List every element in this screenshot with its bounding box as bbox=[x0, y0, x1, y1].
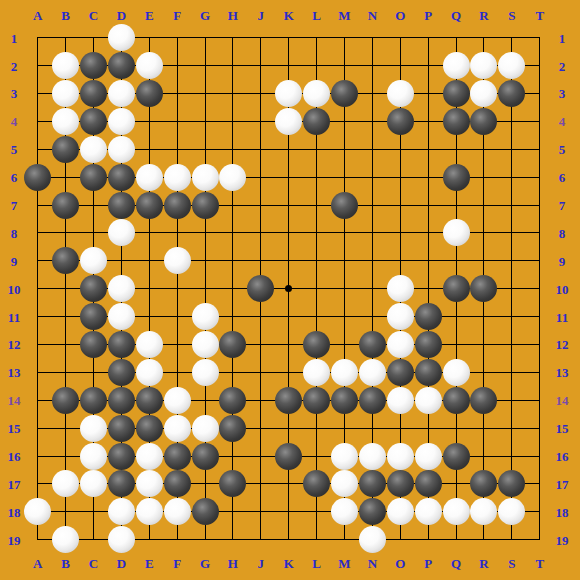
white-stone[interactable] bbox=[164, 498, 191, 525]
white-stone[interactable] bbox=[470, 52, 497, 79]
black-stone[interactable] bbox=[164, 443, 191, 470]
row-label-right: 7 bbox=[559, 199, 566, 212]
white-stone[interactable] bbox=[303, 359, 330, 386]
white-stone[interactable] bbox=[359, 526, 386, 553]
column-label-bottom: D bbox=[117, 557, 126, 570]
white-stone[interactable] bbox=[470, 80, 497, 107]
black-stone[interactable] bbox=[387, 359, 414, 386]
white-stone[interactable] bbox=[108, 303, 135, 330]
black-stone[interactable] bbox=[359, 387, 386, 414]
column-label-top: P bbox=[424, 9, 432, 22]
black-stone[interactable] bbox=[136, 387, 163, 414]
black-stone[interactable] bbox=[219, 415, 246, 442]
white-stone[interactable] bbox=[387, 498, 414, 525]
white-stone[interactable] bbox=[80, 415, 107, 442]
white-stone[interactable] bbox=[331, 443, 358, 470]
white-stone[interactable] bbox=[80, 136, 107, 163]
white-stone[interactable] bbox=[164, 164, 191, 191]
black-stone[interactable] bbox=[415, 331, 442, 358]
black-stone[interactable] bbox=[164, 192, 191, 219]
white-stone[interactable] bbox=[415, 498, 442, 525]
white-stone[interactable] bbox=[275, 108, 302, 135]
white-stone[interactable] bbox=[52, 108, 79, 135]
column-label-top: N bbox=[368, 9, 377, 22]
black-stone[interactable] bbox=[331, 80, 358, 107]
white-stone[interactable] bbox=[387, 387, 414, 414]
white-stone[interactable] bbox=[108, 219, 135, 246]
white-stone[interactable] bbox=[52, 80, 79, 107]
black-stone[interactable] bbox=[52, 192, 79, 219]
white-stone[interactable] bbox=[331, 498, 358, 525]
white-stone[interactable] bbox=[387, 331, 414, 358]
black-stone[interactable] bbox=[219, 470, 246, 497]
white-stone[interactable] bbox=[359, 443, 386, 470]
black-stone[interactable] bbox=[415, 303, 442, 330]
white-stone[interactable] bbox=[498, 498, 525, 525]
white-stone[interactable] bbox=[275, 80, 302, 107]
row-label-left: 5 bbox=[11, 143, 18, 156]
column-label-top: E bbox=[145, 9, 154, 22]
go-board[interactable]: AABBCCDDEEFFGGHHJJKKLLMMNNOOPPQQRRSSTT11… bbox=[0, 0, 580, 580]
black-stone[interactable] bbox=[443, 164, 470, 191]
black-stone[interactable] bbox=[498, 80, 525, 107]
column-label-bottom: S bbox=[508, 557, 515, 570]
column-label-bottom: F bbox=[173, 557, 181, 570]
white-stone[interactable] bbox=[331, 470, 358, 497]
row-label-right: 9 bbox=[559, 254, 566, 267]
black-stone[interactable] bbox=[52, 247, 79, 274]
column-label-bottom: L bbox=[312, 557, 321, 570]
column-label-top: O bbox=[395, 9, 405, 22]
black-stone[interactable] bbox=[80, 80, 107, 107]
white-stone[interactable] bbox=[108, 80, 135, 107]
row-label-left: 6 bbox=[11, 171, 18, 184]
black-stone[interactable] bbox=[24, 164, 51, 191]
black-stone[interactable] bbox=[275, 387, 302, 414]
column-label-bottom: O bbox=[395, 557, 405, 570]
white-stone[interactable] bbox=[303, 80, 330, 107]
column-label-top: A bbox=[33, 9, 42, 22]
column-label-top: Q bbox=[451, 9, 461, 22]
column-label-bottom: M bbox=[338, 557, 350, 570]
black-stone[interactable] bbox=[108, 359, 135, 386]
column-label-top: D bbox=[117, 9, 126, 22]
white-stone[interactable] bbox=[136, 470, 163, 497]
black-stone[interactable] bbox=[443, 443, 470, 470]
black-stone[interactable] bbox=[387, 470, 414, 497]
black-stone[interactable] bbox=[470, 275, 497, 302]
white-stone[interactable] bbox=[108, 275, 135, 302]
black-stone[interactable] bbox=[359, 470, 386, 497]
column-label-bottom: T bbox=[535, 557, 544, 570]
row-label-left: 16 bbox=[8, 450, 21, 463]
row-label-left: 19 bbox=[8, 533, 21, 546]
column-label-top: M bbox=[338, 9, 350, 22]
black-stone[interactable] bbox=[192, 498, 219, 525]
column-label-bottom: G bbox=[200, 557, 210, 570]
white-stone[interactable] bbox=[136, 331, 163, 358]
column-label-bottom: P bbox=[424, 557, 432, 570]
black-stone[interactable] bbox=[443, 80, 470, 107]
black-stone[interactable] bbox=[108, 387, 135, 414]
row-label-left: 18 bbox=[8, 505, 21, 518]
row-label-right: 11 bbox=[556, 310, 568, 323]
black-stone[interactable] bbox=[164, 470, 191, 497]
black-stone[interactable] bbox=[303, 108, 330, 135]
column-label-bottom: J bbox=[258, 557, 265, 570]
column-label-bottom: E bbox=[145, 557, 154, 570]
column-label-top: S bbox=[508, 9, 515, 22]
black-stone[interactable] bbox=[52, 387, 79, 414]
white-stone[interactable] bbox=[443, 219, 470, 246]
white-stone[interactable] bbox=[52, 526, 79, 553]
white-stone[interactable] bbox=[80, 470, 107, 497]
column-label-bottom: C bbox=[89, 557, 98, 570]
column-label-top: G bbox=[200, 9, 210, 22]
row-label-right: 1 bbox=[559, 31, 566, 44]
white-stone[interactable] bbox=[192, 303, 219, 330]
column-label-bottom: R bbox=[479, 557, 488, 570]
row-label-left: 9 bbox=[11, 254, 18, 267]
black-stone[interactable] bbox=[498, 470, 525, 497]
white-stone[interactable] bbox=[136, 498, 163, 525]
white-stone[interactable] bbox=[470, 498, 497, 525]
white-stone[interactable] bbox=[387, 303, 414, 330]
row-label-left: 8 bbox=[11, 226, 18, 239]
row-label-left: 13 bbox=[8, 366, 21, 379]
black-stone[interactable] bbox=[303, 331, 330, 358]
white-stone[interactable] bbox=[164, 247, 191, 274]
black-stone[interactable] bbox=[136, 192, 163, 219]
row-label-left: 17 bbox=[8, 477, 21, 490]
white-stone[interactable] bbox=[192, 359, 219, 386]
white-stone[interactable] bbox=[108, 24, 135, 51]
row-label-left: 11 bbox=[8, 310, 20, 323]
row-label-left: 1 bbox=[11, 31, 18, 44]
black-stone[interactable] bbox=[108, 470, 135, 497]
black-stone[interactable] bbox=[80, 164, 107, 191]
black-stone[interactable] bbox=[108, 52, 135, 79]
black-stone[interactable] bbox=[443, 275, 470, 302]
black-stone[interactable] bbox=[108, 192, 135, 219]
black-stone[interactable] bbox=[52, 136, 79, 163]
row-label-right: 15 bbox=[556, 422, 569, 435]
black-stone[interactable] bbox=[443, 387, 470, 414]
row-label-left: 2 bbox=[11, 59, 18, 72]
white-stone[interactable] bbox=[192, 164, 219, 191]
white-stone[interactable] bbox=[387, 443, 414, 470]
column-label-top: R bbox=[479, 9, 488, 22]
column-label-bottom: A bbox=[33, 557, 42, 570]
black-stone[interactable] bbox=[470, 108, 497, 135]
black-stone[interactable] bbox=[80, 331, 107, 358]
grid-line-vertical bbox=[539, 37, 540, 540]
black-stone[interactable] bbox=[108, 415, 135, 442]
row-label-left: 7 bbox=[11, 199, 18, 212]
black-stone[interactable] bbox=[108, 443, 135, 470]
column-label-top: T bbox=[535, 9, 544, 22]
row-label-right: 2 bbox=[559, 59, 566, 72]
white-stone[interactable] bbox=[443, 52, 470, 79]
row-label-right: 19 bbox=[556, 533, 569, 546]
black-stone[interactable] bbox=[80, 303, 107, 330]
black-stone[interactable] bbox=[80, 108, 107, 135]
row-label-right: 4 bbox=[559, 115, 566, 128]
column-label-bottom: Q bbox=[451, 557, 461, 570]
white-stone[interactable] bbox=[387, 80, 414, 107]
white-stone[interactable] bbox=[80, 247, 107, 274]
black-stone[interactable] bbox=[303, 470, 330, 497]
column-label-bottom: H bbox=[228, 557, 238, 570]
column-label-top: K bbox=[284, 9, 294, 22]
row-label-left: 4 bbox=[11, 115, 18, 128]
column-label-top: H bbox=[228, 9, 238, 22]
white-stone[interactable] bbox=[192, 415, 219, 442]
white-stone[interactable] bbox=[164, 415, 191, 442]
black-stone[interactable] bbox=[136, 415, 163, 442]
row-label-right: 16 bbox=[556, 450, 569, 463]
row-label-right: 3 bbox=[559, 87, 566, 100]
black-stone[interactable] bbox=[192, 192, 219, 219]
row-label-left: 12 bbox=[8, 338, 21, 351]
white-stone[interactable] bbox=[52, 52, 79, 79]
white-stone[interactable] bbox=[24, 498, 51, 525]
black-stone[interactable] bbox=[219, 331, 246, 358]
row-label-right: 12 bbox=[556, 338, 569, 351]
row-label-left: 14 bbox=[8, 394, 21, 407]
black-stone[interactable] bbox=[331, 192, 358, 219]
column-label-top: F bbox=[173, 9, 181, 22]
black-stone[interactable] bbox=[275, 443, 302, 470]
black-stone[interactable] bbox=[415, 359, 442, 386]
black-stone[interactable] bbox=[108, 331, 135, 358]
black-stone[interactable] bbox=[443, 108, 470, 135]
white-stone[interactable] bbox=[415, 443, 442, 470]
star-point bbox=[285, 285, 292, 292]
row-label-right: 6 bbox=[559, 171, 566, 184]
row-label-right: 18 bbox=[556, 505, 569, 518]
black-stone[interactable] bbox=[80, 52, 107, 79]
black-stone[interactable] bbox=[415, 470, 442, 497]
black-stone[interactable] bbox=[108, 164, 135, 191]
white-stone[interactable] bbox=[136, 52, 163, 79]
black-stone[interactable] bbox=[192, 443, 219, 470]
white-stone[interactable] bbox=[498, 52, 525, 79]
white-stone[interactable] bbox=[136, 164, 163, 191]
column-label-bottom: K bbox=[284, 557, 294, 570]
white-stone[interactable] bbox=[387, 275, 414, 302]
row-label-left: 10 bbox=[8, 282, 21, 295]
row-label-right: 14 bbox=[556, 394, 569, 407]
row-label-right: 17 bbox=[556, 477, 569, 490]
row-label-right: 8 bbox=[559, 226, 566, 239]
white-stone[interactable] bbox=[331, 359, 358, 386]
grid-line-vertical bbox=[511, 37, 512, 540]
white-stone[interactable] bbox=[192, 331, 219, 358]
column-label-top: L bbox=[312, 9, 321, 22]
white-stone[interactable] bbox=[108, 136, 135, 163]
black-stone[interactable] bbox=[80, 275, 107, 302]
row-label-left: 3 bbox=[11, 87, 18, 100]
white-stone[interactable] bbox=[415, 387, 442, 414]
column-label-top: B bbox=[61, 9, 70, 22]
column-label-bottom: N bbox=[368, 557, 377, 570]
column-label-bottom: B bbox=[61, 557, 70, 570]
white-stone[interactable] bbox=[52, 470, 79, 497]
black-stone[interactable] bbox=[331, 387, 358, 414]
black-stone[interactable] bbox=[470, 387, 497, 414]
column-label-top: J bbox=[258, 9, 265, 22]
row-label-right: 10 bbox=[556, 282, 569, 295]
column-label-top: C bbox=[89, 9, 98, 22]
white-stone[interactable] bbox=[108, 526, 135, 553]
white-stone[interactable] bbox=[108, 498, 135, 525]
black-stone[interactable] bbox=[470, 470, 497, 497]
white-stone[interactable] bbox=[136, 359, 163, 386]
white-stone[interactable] bbox=[359, 359, 386, 386]
white-stone[interactable] bbox=[164, 387, 191, 414]
white-stone[interactable] bbox=[219, 164, 246, 191]
black-stone[interactable] bbox=[359, 498, 386, 525]
black-stone[interactable] bbox=[387, 108, 414, 135]
white-stone[interactable] bbox=[443, 359, 470, 386]
black-stone[interactable] bbox=[247, 275, 274, 302]
black-stone[interactable] bbox=[219, 387, 246, 414]
row-label-left: 15 bbox=[8, 422, 21, 435]
black-stone[interactable] bbox=[136, 80, 163, 107]
row-label-right: 13 bbox=[556, 366, 569, 379]
black-stone[interactable] bbox=[359, 331, 386, 358]
black-stone[interactable] bbox=[303, 387, 330, 414]
row-label-right: 5 bbox=[559, 143, 566, 156]
white-stone[interactable] bbox=[443, 498, 470, 525]
black-stone[interactable] bbox=[80, 387, 107, 414]
white-stone[interactable] bbox=[136, 443, 163, 470]
white-stone[interactable] bbox=[108, 108, 135, 135]
white-stone[interactable] bbox=[80, 443, 107, 470]
